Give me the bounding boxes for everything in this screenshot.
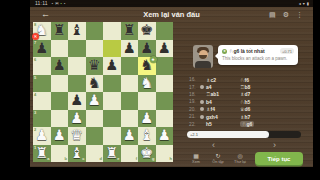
square-e8[interactable] (103, 22, 121, 40)
board-analysis-icon[interactable]: ▤ (269, 7, 276, 22)
square-b2[interactable]: ♟ (51, 127, 69, 145)
rank-label: 7 (34, 41, 36, 45)
square-f8[interactable]: ♜ (121, 22, 139, 40)
file-label: c (82, 157, 84, 161)
square-d6[interactable]: ♛ (86, 57, 104, 75)
square-e4[interactable] (103, 92, 121, 110)
square-c7[interactable] (68, 40, 86, 58)
best-move-text: ♘g6 là tốt nhất (229, 48, 265, 54)
review-panel: ★ ♘g6 là tốt nhất +0.71 This blocks an a… (183, 22, 309, 167)
wifi-icon: ▾ (303, 0, 305, 7)
black-move[interactable]: ♗d7 (240, 91, 250, 97)
black-pawn: ♟ (138, 40, 156, 58)
square-a6[interactable]: 6 (33, 57, 51, 75)
practice-button[interactable]: ↻ Ôn tập (207, 153, 229, 164)
move-classification-icon (200, 107, 204, 111)
move-row: 18.♖ab1♗d7 (189, 91, 305, 98)
move-classification-icon (200, 100, 204, 104)
screenshot-root: 11:11 ▪ ✉ ▪ ▪ ◂ ▾ ▮ ← Xem lại ván đấu ▤ … (0, 0, 320, 180)
square-e6[interactable]: ♟ (103, 57, 121, 75)
black-move[interactable]: ♘f6 (240, 77, 249, 83)
white-move[interactable]: gxh4 (206, 114, 240, 120)
black-queen: ♛ (86, 57, 104, 75)
more-menu-icon[interactable]: ⋮ (296, 7, 303, 22)
white-pawn: ♟ (121, 127, 139, 145)
top-app-bar: ← Xem lại ván đấu ▤ ⚙ ⋮ (30, 7, 313, 22)
white-pawn: ♟ (156, 127, 174, 145)
square-e7[interactable] (103, 40, 121, 58)
black-knight: ♞ (86, 75, 104, 93)
white-pawn: ♟ (68, 110, 86, 128)
black-move[interactable]: ♖b8 (240, 84, 250, 90)
file-label: a (47, 157, 49, 161)
black-bishop: ♝ (68, 22, 86, 40)
white-knight: ♞ (138, 75, 156, 93)
device-screen: 11:11 ▪ ✉ ▪ ▪ ◂ ▾ ▮ ← Xem lại ván đấu ▤ … (30, 0, 313, 167)
move-row: 16.♗c2♘f6 (189, 76, 305, 83)
retry-icon: ↻ (215, 153, 220, 159)
move-number: 20. (189, 107, 200, 112)
square-d7[interactable] (86, 40, 104, 58)
black-pawn: ♟ (156, 40, 174, 58)
square-d2[interactable] (86, 127, 104, 145)
target-icon: ◎ (237, 153, 242, 159)
square-h3[interactable] (156, 110, 174, 128)
square-b3[interactable] (51, 110, 69, 128)
square-f5[interactable] (121, 75, 139, 93)
black-king: ♚ (138, 22, 156, 40)
square-h4[interactable] (156, 92, 174, 110)
signal-icon: ◂ (299, 0, 301, 7)
black-move[interactable]: ♕d6 (240, 106, 250, 112)
white-pawn: ♟ (51, 127, 69, 145)
black-pawn: ♟ (103, 57, 121, 75)
move-row: 19.b4♘h5 (189, 98, 305, 105)
white-move[interactable]: b4 (206, 99, 240, 105)
file-label: f (136, 157, 137, 161)
status-time: 11:11 (35, 0, 48, 7)
square-a3[interactable]: 3 (33, 110, 51, 128)
black-pawn: ♟ (68, 92, 86, 110)
move-number: 19. (189, 99, 200, 104)
next-move-button[interactable]: › (273, 141, 276, 150)
rank-label: 3 (34, 111, 36, 115)
square-b5[interactable] (51, 75, 69, 93)
square-g4[interactable] (138, 92, 156, 110)
square-b1[interactable]: b (51, 145, 69, 163)
square-g5[interactable]: ♞ (138, 75, 156, 93)
file-label: b (65, 157, 67, 161)
move-number: 16. (189, 77, 200, 82)
square-f7[interactable]: ♟ (121, 40, 139, 58)
notification-icon: ▪ (61, 0, 62, 7)
square-g6[interactable]: ♞★ (138, 57, 156, 75)
square-d5[interactable]: ♞ (86, 75, 104, 93)
black-pawn: ♟ (51, 57, 69, 75)
square-h6[interactable] (156, 57, 174, 75)
notification-icon: ▪ (64, 0, 65, 7)
white-move[interactable]: ♗c2 (206, 77, 240, 83)
coach-avatar (193, 45, 213, 68)
square-c8[interactable]: ♝ (68, 22, 86, 40)
square-f2[interactable]: ♟ (121, 127, 139, 145)
square-d3[interactable] (86, 110, 104, 128)
square-d8[interactable] (86, 22, 104, 40)
square-g3[interactable]: ♟ (138, 110, 156, 128)
black-move[interactable]: ♗h7 (240, 114, 250, 120)
file-label: h (170, 157, 172, 161)
rank-label: 8 (34, 23, 36, 27)
square-d1[interactable]: d (86, 145, 104, 163)
square-a4[interactable]: 4 (33, 92, 51, 110)
white-pawn: ♟ (138, 110, 156, 128)
coach-comment-text: This blocks an attack on a pawn. (222, 56, 294, 62)
square-c1[interactable]: c♝ (68, 145, 86, 163)
file-label: d (100, 157, 102, 161)
move-navigation: ‹ › (183, 141, 305, 150)
move-classification-icon (200, 85, 204, 89)
square-b4[interactable] (51, 92, 69, 110)
continue-button[interactable]: Tiếp tục (255, 152, 303, 165)
square-h2[interactable]: ♟ (156, 127, 174, 145)
white-move[interactable]: ♗f4 (206, 106, 240, 112)
settings-gear-icon[interactable]: ⚙ (283, 7, 289, 22)
square-g8[interactable]: ♚ (138, 22, 156, 40)
square-h8[interactable] (156, 22, 174, 40)
move-number: 22. (189, 122, 200, 127)
square-b8[interactable]: ♜ (51, 22, 69, 40)
status-notification-icons: ▪ ✉ ▪ ▪ (52, 0, 66, 7)
white-move[interactable]: ♖ab1 (206, 91, 240, 97)
square-c2[interactable]: ♛ (68, 127, 86, 145)
square-f3[interactable] (121, 110, 139, 128)
rank-label: 2 (34, 128, 36, 132)
black-rook: ♜ (51, 22, 69, 40)
square-a1[interactable]: 1a♜ (33, 145, 51, 163)
move-list: 16.♗c2♘f617.a4♖b818.♖ab1♗d719.b4♘h520.♗f… (189, 76, 305, 128)
square-f6[interactable] (121, 57, 139, 75)
square-e2[interactable] (103, 127, 121, 145)
move-classification-icon (200, 115, 204, 119)
white-queen: ♛ (68, 127, 86, 145)
square-a2[interactable]: 2♟ (33, 127, 51, 145)
square-c5[interactable] (68, 75, 86, 93)
best-move-star-icon: ★ (222, 49, 227, 54)
evaluation-value: +2.1 (190, 131, 198, 138)
move-row: 17.a4♖b8 (189, 83, 305, 90)
square-c3[interactable]: ♟ (68, 110, 86, 128)
square-g7[interactable]: ♟ (138, 40, 156, 58)
white-pawn: ♟ (86, 92, 104, 110)
white-move[interactable]: a4 (206, 84, 240, 90)
rank-label: 4 (34, 93, 36, 97)
board-grid-icon: ▦ (193, 153, 199, 159)
move-number: 18. (189, 92, 200, 97)
square-e3[interactable] (103, 110, 121, 128)
square-h7[interactable]: ♟ (156, 40, 174, 58)
move-row: 22.h5♘g6 (189, 120, 305, 127)
letterbox-bottom (0, 167, 320, 180)
retry-button[interactable]: ◎ Thử lại (229, 153, 251, 164)
rank-label: 1 (34, 146, 36, 150)
square-a5[interactable]: 5 (33, 75, 51, 93)
move-number: 17. (189, 85, 200, 90)
evaluation-bar-white-fill: +2.1 (187, 131, 269, 138)
evaluation-pill: +0.71 (280, 48, 294, 54)
square-b7[interactable] (51, 40, 69, 58)
square-f1[interactable]: f (121, 145, 139, 163)
view-button[interactable]: ▦ Xem (185, 153, 207, 164)
square-g2[interactable]: ♝ (138, 127, 156, 145)
square-a8[interactable]: 8♞✕ (33, 22, 51, 40)
black-move[interactable]: ♘g6 (240, 121, 254, 127)
notification-icon: ▪ (52, 0, 53, 7)
coach-comment-row: ★ ♘g6 là tốt nhất +0.71 This blocks an a… (193, 45, 298, 68)
letterbox-right (313, 0, 320, 180)
move-row: 20.♗f4♕d6 (189, 106, 305, 113)
top-bar-actions: ▤ ⚙ ⋮ (269, 7, 303, 22)
square-g1[interactable]: g♚ (138, 145, 156, 163)
white-move[interactable]: h5 (206, 121, 240, 127)
white-bishop: ♝ (138, 127, 156, 145)
best-move-star-badge: ★ (150, 56, 157, 63)
mail-icon: ✉ (55, 0, 58, 7)
prev-move-button[interactable]: ‹ (212, 141, 215, 150)
square-d4[interactable]: ♟ (86, 92, 104, 110)
file-label: g (152, 157, 154, 161)
black-rook: ♜ (121, 22, 139, 40)
move-number: 21. (189, 114, 200, 119)
square-b6[interactable]: ♟ (51, 57, 69, 75)
black-pawn: ♟ (121, 40, 139, 58)
rank-label: 5 (34, 76, 36, 80)
square-h5[interactable] (156, 75, 174, 93)
miss-x-badge: ✕ (32, 33, 39, 40)
file-label: e (117, 157, 119, 161)
evaluation-bar: +2.1 (187, 131, 301, 138)
coach-speech-bubble: ★ ♘g6 là tốt nhất +0.71 This blocks an a… (218, 45, 298, 65)
square-c4[interactable]: ♟ (68, 92, 86, 110)
battery-icon: ▮ (307, 0, 309, 7)
black-move[interactable]: ♘h5 (240, 99, 250, 105)
status-bar: 11:11 ▪ ✉ ▪ ▪ ◂ ▾ ▮ (30, 0, 313, 7)
square-c6[interactable] (68, 57, 86, 75)
square-h1[interactable]: h (156, 145, 174, 163)
square-e1[interactable]: e♜ (103, 145, 121, 163)
rank-label: 6 (34, 58, 36, 62)
footer-actions: ▦ Xem ↻ Ôn tập ◎ Thử lại Tiếp tục (185, 152, 307, 165)
status-system-icons: ◂ ▾ ▮ (299, 0, 309, 7)
move-row: 21.gxh4♗h7 (189, 113, 305, 120)
square-f4[interactable] (121, 92, 139, 110)
chess-board: 8♞✕♜♝♜♚7♟♟♟♟6♟♛♟♞★5♞♞4♟♟3♟♟2♟♟♛♟♝♟1a♜bc♝… (33, 22, 173, 162)
square-e5[interactable] (103, 75, 121, 93)
square-a7[interactable]: 7♟ (33, 40, 51, 58)
